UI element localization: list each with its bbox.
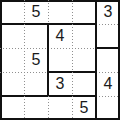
cell-r2c3[interactable]: 4: [48, 24, 72, 48]
clue-value: 4: [56, 24, 65, 48]
clue-value: 5: [32, 48, 41, 72]
clue-value: 3: [56, 72, 65, 96]
cell-r3c3[interactable]: [48, 48, 72, 72]
cell-r1c4[interactable]: [72, 0, 96, 24]
cell-r3c5[interactable]: [96, 48, 120, 72]
cell-r1c2[interactable]: 5: [24, 0, 48, 24]
cell-r3c2[interactable]: 5: [24, 48, 48, 72]
clue-value: 5: [80, 96, 89, 120]
cell-r4c5[interactable]: 4: [96, 72, 120, 96]
cell-r1c1[interactable]: [0, 0, 24, 24]
cell-r5c4[interactable]: 5: [72, 96, 96, 120]
cell-r2c1[interactable]: [0, 24, 24, 48]
cell-r5c5[interactable]: [96, 96, 120, 120]
cell-r5c1[interactable]: [0, 96, 24, 120]
cell-r2c2[interactable]: [24, 24, 48, 48]
cell-r5c2[interactable]: [24, 96, 48, 120]
cell-r4c3[interactable]: 3: [48, 72, 72, 96]
cell-r5c3[interactable]: [48, 96, 72, 120]
cell-r3c1[interactable]: [0, 48, 24, 72]
cell-r1c5[interactable]: 3: [96, 0, 120, 24]
puzzle-board: 5345345: [0, 0, 120, 120]
cell-r2c5[interactable]: [96, 24, 120, 48]
cell-r1c3[interactable]: [48, 0, 72, 24]
cell-r4c2[interactable]: [24, 72, 48, 96]
clue-value: 5: [32, 0, 41, 24]
cell-r4c1[interactable]: [0, 72, 24, 96]
cell-r4c4[interactable]: [72, 72, 96, 96]
clue-value: 4: [104, 72, 113, 96]
clue-value: 3: [104, 0, 113, 24]
cell-r2c4[interactable]: [72, 24, 96, 48]
cell-r3c4[interactable]: [72, 48, 96, 72]
